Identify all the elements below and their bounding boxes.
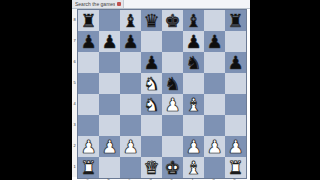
tab-strip-remainder[interactable] [124,0,250,8]
letterbox-right [250,0,320,180]
square-d8[interactable]: ♛ [141,10,162,31]
piece-black-pawn: ♟ [78,31,99,52]
square-a1[interactable]: ♜ [78,157,99,178]
square-a6[interactable] [78,52,99,73]
piece-black-pawn: ♟ [141,52,162,73]
square-h6[interactable]: ♟ [225,52,246,73]
browser-tab[interactable]: Search the games [72,0,124,8]
square-h3[interactable] [225,115,246,136]
board: ♜♝♛♚♝♜♟♟♟♟♟♟♞♟♞♞♞♟♝♟♟♟♟♟♟♜♛♚♝♜ [77,9,247,179]
file-label-b: b [98,178,119,180]
square-d3[interactable] [141,115,162,136]
square-d2[interactable] [141,136,162,157]
square-g8[interactable] [204,10,225,31]
tab-bar: Search the games [72,0,250,9]
square-g2[interactable]: ♟ [204,136,225,157]
piece-black-rook: ♜ [78,10,99,31]
square-b3[interactable] [99,115,120,136]
file-coordinates: abcdefgh [77,179,247,180]
square-e7[interactable] [162,31,183,52]
piece-black-knight: ♞ [162,73,183,94]
square-c2[interactable]: ♟ [120,136,141,157]
square-g4[interactable] [204,94,225,115]
square-f5[interactable] [183,73,204,94]
square-b5[interactable] [99,73,120,94]
piece-black-bishop: ♝ [120,10,141,31]
square-a4[interactable] [78,94,99,115]
square-f7[interactable]: ♟ [183,31,204,52]
file-label-a: a [77,178,98,180]
tab-title: Search the games [75,2,115,7]
square-c5[interactable] [120,73,141,94]
square-b7[interactable]: ♟ [99,31,120,52]
square-d4[interactable]: ♞ [141,94,162,115]
piece-black-pawn: ♟ [225,52,246,73]
piece-white-pawn: ♟ [204,136,225,157]
file-label-c: c [119,178,140,180]
square-h1[interactable]: ♜ [225,157,246,178]
square-g5[interactable] [204,73,225,94]
square-a2[interactable]: ♟ [78,136,99,157]
file-label-e: e [161,178,182,180]
piece-black-bishop: ♝ [183,10,204,31]
file-label-f: f [182,178,203,180]
square-h4[interactable] [225,94,246,115]
square-e2[interactable] [162,136,183,157]
piece-black-rook: ♜ [225,10,246,31]
piece-black-pawn: ♟ [204,31,225,52]
piece-white-rook: ♜ [225,157,246,178]
piece-white-knight: ♞ [141,73,162,94]
piece-white-pawn: ♟ [99,136,120,157]
piece-white-bishop: ♝ [183,94,204,115]
square-b2[interactable]: ♟ [99,136,120,157]
square-h5[interactable] [225,73,246,94]
square-g3[interactable] [204,115,225,136]
square-a7[interactable]: ♟ [78,31,99,52]
square-d6[interactable]: ♟ [141,52,162,73]
square-e5[interactable]: ♞ [162,73,183,94]
square-c6[interactable] [120,52,141,73]
square-h8[interactable]: ♜ [225,10,246,31]
square-e1[interactable]: ♚ [162,157,183,178]
letterbox-left [0,0,72,180]
piece-white-king: ♚ [162,157,183,178]
piece-white-queen: ♛ [141,157,162,178]
chess-app-panel: Search the games 87654321 ♜♝♛♚♝♜♟♟♟♟♟♟♞♟… [72,0,250,180]
file-label-g: g [203,178,224,180]
square-g6[interactable] [204,52,225,73]
square-f3[interactable] [183,115,204,136]
piece-white-pawn: ♟ [162,94,183,115]
square-b4[interactable] [99,94,120,115]
square-h2[interactable]: ♟ [225,136,246,157]
square-f1[interactable]: ♝ [183,157,204,178]
square-f4[interactable]: ♝ [183,94,204,115]
piece-white-pawn: ♟ [120,136,141,157]
square-a8[interactable]: ♜ [78,10,99,31]
square-a5[interactable] [78,73,99,94]
square-f8[interactable]: ♝ [183,10,204,31]
square-e8[interactable]: ♚ [162,10,183,31]
square-d1[interactable]: ♛ [141,157,162,178]
square-c1[interactable] [120,157,141,178]
square-f6[interactable]: ♞ [183,52,204,73]
square-c8[interactable]: ♝ [120,10,141,31]
square-h7[interactable] [225,31,246,52]
square-f2[interactable]: ♟ [183,136,204,157]
piece-white-pawn: ♟ [183,136,204,157]
piece-black-knight: ♞ [183,52,204,73]
square-b1[interactable] [99,157,120,178]
square-g1[interactable] [204,157,225,178]
square-c3[interactable] [120,115,141,136]
piece-black-king: ♚ [162,10,183,31]
square-b6[interactable] [99,52,120,73]
piece-white-rook: ♜ [78,157,99,178]
square-e3[interactable] [162,115,183,136]
piece-white-pawn: ♟ [225,136,246,157]
piece-black-pawn: ♟ [183,31,204,52]
square-e6[interactable] [162,52,183,73]
piece-white-knight: ♞ [141,94,162,115]
piece-black-queen: ♛ [141,10,162,31]
square-c7[interactable]: ♟ [120,31,141,52]
piece-white-bishop: ♝ [183,157,204,178]
piece-white-pawn: ♟ [78,136,99,157]
square-b8[interactable] [99,10,120,31]
square-e4[interactable]: ♟ [162,94,183,115]
square-g7[interactable]: ♟ [204,31,225,52]
square-d7[interactable] [141,31,162,52]
piece-black-pawn: ♟ [120,31,141,52]
file-label-h: h [224,178,245,180]
file-label-d: d [140,178,161,180]
piece-black-pawn: ♟ [99,31,120,52]
square-a3[interactable] [78,115,99,136]
square-c4[interactable] [120,94,141,115]
favicon-icon [117,2,121,6]
square-d5[interactable]: ♞ [141,73,162,94]
